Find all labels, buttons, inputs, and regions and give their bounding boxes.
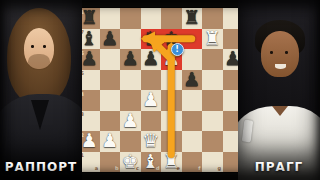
square-d1[interactable]: d♝ bbox=[141, 152, 162, 173]
square-c7[interactable] bbox=[120, 29, 141, 50]
white-rook-e1[interactable]: ♜ bbox=[161, 151, 182, 172]
square-b5[interactable] bbox=[100, 70, 121, 91]
square-g5[interactable] bbox=[202, 70, 223, 91]
square-f4[interactable] bbox=[182, 90, 203, 111]
square-e8[interactable] bbox=[161, 8, 182, 29]
square-a1[interactable]: 1a bbox=[79, 152, 100, 173]
player-name-left: РАППОРТ bbox=[0, 160, 82, 174]
square-d6[interactable]: ♟ bbox=[141, 49, 162, 70]
square-c5[interactable] bbox=[120, 70, 141, 91]
square-d2[interactable]: ♛ bbox=[141, 131, 162, 152]
square-f8[interactable]: ♜ bbox=[182, 8, 203, 29]
video-thumbnail: 8♜♜7♝♟♞♚♜6♟♟♟♟♟5♟4♟3♟2♟♟♛1abc♚d♝e♜fgh ! … bbox=[0, 0, 320, 180]
black-rook-a8[interactable]: ♜ bbox=[79, 7, 100, 28]
square-b4[interactable] bbox=[100, 90, 121, 111]
square-c4[interactable] bbox=[120, 90, 141, 111]
square-c6[interactable]: ♟ bbox=[120, 49, 141, 70]
square-c3[interactable]: ♟ bbox=[120, 111, 141, 132]
square-b1[interactable]: b bbox=[100, 152, 121, 173]
white-pawn-a2[interactable]: ♟ bbox=[79, 130, 100, 151]
photo-vignette bbox=[238, 0, 320, 180]
square-f2[interactable] bbox=[182, 131, 203, 152]
square-e1[interactable]: e♜ bbox=[161, 152, 182, 173]
square-d5[interactable] bbox=[141, 70, 162, 91]
square-a2[interactable]: 2♟ bbox=[79, 131, 100, 152]
square-g8[interactable] bbox=[202, 8, 223, 29]
chess-board[interactable]: 8♜♜7♝♟♞♚♜6♟♟♟♟♟5♟4♟3♟2♟♟♛1abc♚d♝e♜fgh bbox=[79, 8, 243, 172]
square-g3[interactable] bbox=[202, 111, 223, 132]
square-g4[interactable] bbox=[202, 90, 223, 111]
white-queen-d2[interactable]: ♛ bbox=[141, 130, 162, 151]
black-pawn-c6[interactable]: ♟ bbox=[120, 48, 141, 69]
square-a3[interactable]: 3 bbox=[79, 111, 100, 132]
square-e3[interactable] bbox=[161, 111, 182, 132]
left-player-photo: РАППОРТ bbox=[0, 0, 82, 180]
black-knight-d7[interactable]: ♞ bbox=[141, 28, 162, 49]
file-label-b: b bbox=[115, 166, 119, 171]
square-f6[interactable] bbox=[182, 49, 203, 70]
square-e5[interactable] bbox=[161, 70, 182, 91]
player-name-right: ПРАГГ bbox=[238, 160, 320, 174]
square-b2[interactable]: ♟ bbox=[100, 131, 121, 152]
square-c1[interactable]: c♚ bbox=[120, 152, 141, 173]
square-a8[interactable]: 8♜ bbox=[79, 8, 100, 29]
square-f7[interactable] bbox=[182, 29, 203, 50]
square-b3[interactable] bbox=[100, 111, 121, 132]
square-d4[interactable]: ♟ bbox=[141, 90, 162, 111]
square-c2[interactable] bbox=[120, 131, 141, 152]
square-d7[interactable]: ♞ bbox=[141, 29, 162, 50]
black-rook-f8[interactable]: ♜ bbox=[182, 7, 203, 28]
great-move-badge: ! bbox=[171, 43, 184, 56]
square-d8[interactable] bbox=[141, 8, 162, 29]
black-pawn-f5[interactable]: ♟ bbox=[182, 69, 203, 90]
square-g6[interactable] bbox=[202, 49, 223, 70]
square-f3[interactable] bbox=[182, 111, 203, 132]
white-pawn-c3[interactable]: ♟ bbox=[120, 110, 141, 131]
black-bishop-a7[interactable]: ♝ bbox=[79, 28, 100, 49]
square-b7[interactable]: ♟ bbox=[100, 29, 121, 50]
square-g7[interactable]: ♜ bbox=[202, 29, 223, 50]
white-pawn-b2[interactable]: ♟ bbox=[100, 130, 121, 151]
black-pawn-b7[interactable]: ♟ bbox=[100, 28, 121, 49]
square-g2[interactable] bbox=[202, 131, 223, 152]
file-label-f: f bbox=[198, 166, 200, 171]
square-g1[interactable]: g bbox=[202, 152, 223, 173]
white-rook-g7[interactable]: ♜ bbox=[202, 28, 223, 49]
square-b6[interactable] bbox=[100, 49, 121, 70]
white-bishop-d1[interactable]: ♝ bbox=[141, 151, 162, 172]
chess-board-wrap: 8♜♜7♝♟♞♚♜6♟♟♟♟♟5♟4♟3♟2♟♟♛1abc♚d♝e♜fgh ! bbox=[79, 8, 243, 172]
square-e2[interactable] bbox=[161, 131, 182, 152]
square-a7[interactable]: 7♝ bbox=[79, 29, 100, 50]
square-c8[interactable] bbox=[120, 8, 141, 29]
square-b8[interactable] bbox=[100, 8, 121, 29]
black-pawn-d6[interactable]: ♟ bbox=[141, 48, 162, 69]
file-label-a: a bbox=[95, 166, 98, 171]
square-a4[interactable]: 4 bbox=[79, 90, 100, 111]
square-a6[interactable]: 6♟ bbox=[79, 49, 100, 70]
square-f1[interactable]: f bbox=[182, 152, 203, 173]
square-f5[interactable]: ♟ bbox=[182, 70, 203, 91]
white-pawn-d4[interactable]: ♟ bbox=[141, 89, 162, 110]
white-king-c1[interactable]: ♚ bbox=[120, 151, 141, 172]
square-a5[interactable]: 5 bbox=[79, 70, 100, 91]
right-player-photo: ПРАГГ bbox=[238, 0, 320, 180]
black-pawn-a6[interactable]: ♟ bbox=[79, 48, 100, 69]
photo-vignette bbox=[0, 0, 82, 180]
square-e4[interactable] bbox=[161, 90, 182, 111]
file-label-g: g bbox=[217, 166, 221, 171]
square-d3[interactable] bbox=[141, 111, 162, 132]
